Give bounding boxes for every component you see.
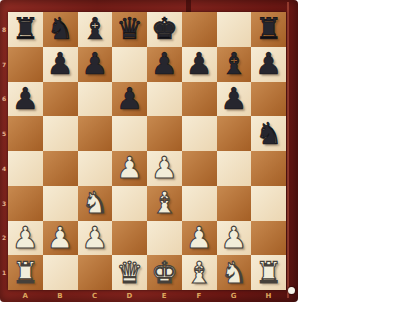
black-knight-piece[interactable]: ♞ bbox=[255, 119, 282, 149]
white-pawn-piece[interactable]: ♟ bbox=[116, 153, 143, 183]
square-c7[interactable]: ♟ bbox=[78, 47, 113, 82]
square-h4[interactable] bbox=[251, 151, 286, 186]
file-label-d: D bbox=[112, 290, 147, 302]
square-f8[interactable] bbox=[182, 12, 217, 47]
square-h3[interactable] bbox=[251, 186, 286, 221]
square-b1[interactable] bbox=[43, 255, 78, 290]
square-b6[interactable] bbox=[43, 82, 78, 117]
black-pawn-piece[interactable]: ♟ bbox=[186, 49, 213, 79]
black-rook-piece[interactable]: ♜ bbox=[255, 14, 282, 44]
file-labels: ABCDEFGH bbox=[8, 290, 286, 302]
square-d5[interactable] bbox=[112, 116, 147, 151]
square-a7[interactable] bbox=[8, 47, 43, 82]
square-h7[interactable]: ♟ bbox=[251, 47, 286, 82]
square-h8[interactable]: ♜ bbox=[251, 12, 286, 47]
square-a8[interactable]: ♜ bbox=[8, 12, 43, 47]
black-pawn-piece[interactable]: ♟ bbox=[116, 84, 143, 114]
white-pawn-piece[interactable]: ♟ bbox=[12, 223, 39, 253]
square-b7[interactable]: ♟ bbox=[43, 47, 78, 82]
white-pawn-piece[interactable]: ♟ bbox=[81, 223, 108, 253]
square-h1[interactable]: ♜ bbox=[251, 255, 286, 290]
square-a4[interactable] bbox=[8, 151, 43, 186]
square-e2[interactable] bbox=[147, 221, 182, 256]
white-bishop-piece[interactable]: ♝ bbox=[186, 258, 213, 288]
white-pawn-piece[interactable]: ♟ bbox=[186, 223, 213, 253]
file-label-e: E bbox=[147, 290, 182, 302]
square-c8[interactable]: ♝ bbox=[78, 12, 113, 47]
white-pawn-piece[interactable]: ♟ bbox=[220, 223, 247, 253]
square-g5[interactable] bbox=[217, 116, 252, 151]
square-a1[interactable]: ♜ bbox=[8, 255, 43, 290]
white-queen-piece[interactable]: ♛ bbox=[116, 258, 143, 288]
square-h6[interactable] bbox=[251, 82, 286, 117]
file-label-b: B bbox=[43, 290, 78, 302]
white-king-piece[interactable]: ♚ bbox=[151, 258, 178, 288]
black-pawn-piece[interactable]: ♟ bbox=[220, 84, 247, 114]
black-pawn-piece[interactable]: ♟ bbox=[255, 49, 282, 79]
square-d4[interactable]: ♟ bbox=[112, 151, 147, 186]
square-a5[interactable] bbox=[8, 116, 43, 151]
black-rook-piece[interactable]: ♜ bbox=[12, 14, 39, 44]
square-c4[interactable] bbox=[78, 151, 113, 186]
chess-board-frame: ♜♞♝♛♚♜♟♟♟♟♝♟♟♟♟♞♟♟♞♝♟♟♟♟♟♜♛♚♝♞♜ 87654321… bbox=[0, 0, 298, 302]
square-d7[interactable] bbox=[112, 47, 147, 82]
black-pawn-piece[interactable]: ♟ bbox=[151, 49, 178, 79]
square-g4[interactable] bbox=[217, 151, 252, 186]
black-pawn-piece[interactable]: ♟ bbox=[12, 84, 39, 114]
border-crease bbox=[186, 0, 191, 12]
file-label-f: F bbox=[182, 290, 217, 302]
rank-label-7: 7 bbox=[0, 47, 8, 82]
white-knight-piece[interactable]: ♞ bbox=[81, 188, 108, 218]
square-g1[interactable]: ♞ bbox=[217, 255, 252, 290]
rank-label-2: 2 bbox=[0, 221, 8, 256]
square-f6[interactable] bbox=[182, 82, 217, 117]
rank-label-3: 3 bbox=[0, 186, 8, 221]
square-f3[interactable] bbox=[182, 186, 217, 221]
square-d3[interactable] bbox=[112, 186, 147, 221]
black-knight-piece[interactable]: ♞ bbox=[47, 14, 74, 44]
square-f1[interactable]: ♝ bbox=[182, 255, 217, 290]
side-to-move-indicator bbox=[288, 287, 295, 294]
square-c3[interactable]: ♞ bbox=[78, 186, 113, 221]
square-c6[interactable] bbox=[78, 82, 113, 117]
white-pawn-piece[interactable]: ♟ bbox=[151, 153, 178, 183]
square-b5[interactable] bbox=[43, 116, 78, 151]
square-g3[interactable] bbox=[217, 186, 252, 221]
rank-label-8: 8 bbox=[0, 12, 8, 47]
white-bishop-piece[interactable]: ♝ bbox=[151, 188, 178, 218]
square-b8[interactable]: ♞ bbox=[43, 12, 78, 47]
square-h5[interactable]: ♞ bbox=[251, 116, 286, 151]
square-c2[interactable]: ♟ bbox=[78, 221, 113, 256]
file-label-g: G bbox=[217, 290, 252, 302]
file-label-c: C bbox=[78, 290, 113, 302]
white-rook-piece[interactable]: ♜ bbox=[255, 258, 282, 288]
square-e5[interactable] bbox=[147, 116, 182, 151]
black-bishop-piece[interactable]: ♝ bbox=[220, 49, 247, 79]
square-e8[interactable]: ♚ bbox=[147, 12, 182, 47]
square-g2[interactable]: ♟ bbox=[217, 221, 252, 256]
square-a3[interactable] bbox=[8, 186, 43, 221]
black-king-piece[interactable]: ♚ bbox=[151, 14, 178, 44]
square-g8[interactable] bbox=[217, 12, 252, 47]
white-pawn-piece[interactable]: ♟ bbox=[47, 223, 74, 253]
white-knight-piece[interactable]: ♞ bbox=[220, 258, 247, 288]
square-a6[interactable]: ♟ bbox=[8, 82, 43, 117]
square-g6[interactable]: ♟ bbox=[217, 82, 252, 117]
square-d6[interactable]: ♟ bbox=[112, 82, 147, 117]
square-d2[interactable] bbox=[112, 221, 147, 256]
black-bishop-piece[interactable]: ♝ bbox=[81, 14, 108, 44]
square-e7[interactable]: ♟ bbox=[147, 47, 182, 82]
square-c1[interactable] bbox=[78, 255, 113, 290]
square-g7[interactable]: ♝ bbox=[217, 47, 252, 82]
square-b2[interactable]: ♟ bbox=[43, 221, 78, 256]
square-f4[interactable] bbox=[182, 151, 217, 186]
file-label-a: A bbox=[8, 290, 43, 302]
square-f7[interactable]: ♟ bbox=[182, 47, 217, 82]
square-e6[interactable] bbox=[147, 82, 182, 117]
square-b3[interactable] bbox=[43, 186, 78, 221]
square-c5[interactable] bbox=[78, 116, 113, 151]
square-e1[interactable]: ♚ bbox=[147, 255, 182, 290]
black-queen-piece[interactable]: ♛ bbox=[116, 14, 143, 44]
border-edge-highlight bbox=[287, 2, 289, 298]
square-e3[interactable]: ♝ bbox=[147, 186, 182, 221]
square-f5[interactable] bbox=[182, 116, 217, 151]
rank-label-6: 6 bbox=[0, 82, 8, 117]
square-h2[interactable] bbox=[251, 221, 286, 256]
square-a2[interactable]: ♟ bbox=[8, 221, 43, 256]
square-e4[interactable]: ♟ bbox=[147, 151, 182, 186]
white-rook-piece[interactable]: ♜ bbox=[12, 258, 39, 288]
rank-label-5: 5 bbox=[0, 116, 8, 151]
square-d8[interactable]: ♛ bbox=[112, 12, 147, 47]
rank-label-1: 1 bbox=[0, 255, 8, 290]
square-b4[interactable] bbox=[43, 151, 78, 186]
square-f2[interactable]: ♟ bbox=[182, 221, 217, 256]
rank-labels: 87654321 bbox=[0, 12, 8, 290]
page: ♜♞♝♛♚♜♟♟♟♟♝♟♟♟♟♞♟♟♞♝♟♟♟♟♟♜♛♚♝♞♜ 87654321… bbox=[0, 0, 414, 311]
square-d1[interactable]: ♛ bbox=[112, 255, 147, 290]
board-grid: ♜♞♝♛♚♜♟♟♟♟♝♟♟♟♟♞♟♟♞♝♟♟♟♟♟♜♛♚♝♞♜ bbox=[8, 12, 286, 290]
black-pawn-piece[interactable]: ♟ bbox=[47, 49, 74, 79]
file-label-h: H bbox=[251, 290, 286, 302]
black-pawn-piece[interactable]: ♟ bbox=[81, 49, 108, 79]
rank-label-4: 4 bbox=[0, 151, 8, 186]
